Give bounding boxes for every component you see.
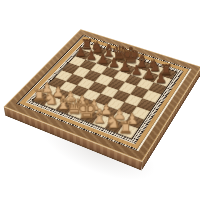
chess-board-box: ♜♞♝♛♚♝♞♜♟♟♟♟♟♟♟♟♟♟♟♟♟♟♟♟♜♞♝♛♚♝♞♜ (4, 29, 200, 161)
piece-black-pawn-b7: ♟ (86, 49, 97, 61)
board-field: ♜♞♝♛♚♝♞♜♟♟♟♟♟♟♟♟♟♟♟♟♟♟♟♟♜♞♝♛♚♝♞♜ (31, 42, 177, 139)
piece-black-pawn-g7: ♟ (143, 68, 155, 81)
scene-3d: ♜♞♝♛♚♝♞♜♟♟♟♟♟♟♟♟♟♟♟♟♟♟♟♟♜♞♝♛♚♝♞♜ (0, 0, 200, 200)
piece-white-rook-h1: ♜ (118, 120, 133, 136)
frame-dot-inlay-line: ♜♞♝♛♚♝♞♜♟♟♟♟♟♟♟♟♟♟♟♟♟♟♟♟♜♞♝♛♚♝♞♜ (16, 35, 191, 151)
piece-black-pawn-f7: ♟ (131, 64, 143, 77)
piece-black-pawn-c7: ♟ (97, 53, 109, 65)
piece-black-pawn-h7: ♟ (155, 72, 167, 85)
square-e5 (107, 78, 125, 90)
piece-black-pawn-d7: ♟ (108, 56, 120, 68)
piece-black-pawn-e7: ♟ (120, 60, 132, 72)
board-frame-wood-band: ♜♞♝♛♚♝♞♜♟♟♟♟♟♟♟♟♟♟♟♟♟♟♟♟♜♞♝♛♚♝♞♜ (4, 29, 200, 161)
square-h5 (143, 90, 161, 102)
chess-set-photo[interactable]: ♜♞♝♛♚♝♞♜♟♟♟♟♟♟♟♟♟♟♟♟♟♟♟♟♜♞♝♛♚♝♞♜ (0, 0, 200, 200)
